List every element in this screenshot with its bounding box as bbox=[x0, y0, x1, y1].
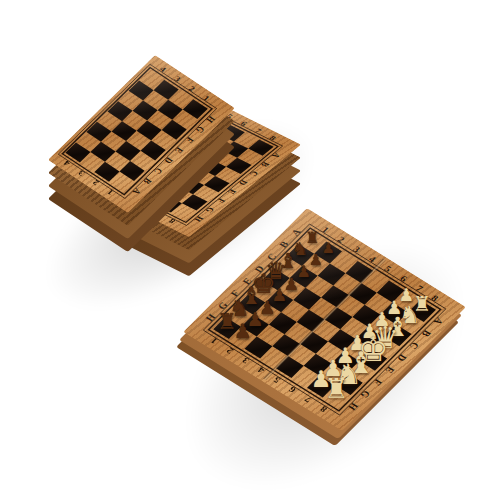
light-bishop-f8: ♝ bbox=[346, 348, 376, 378]
light-pawn-d7: ♟ bbox=[360, 322, 380, 342]
light-bishop-c8: ♝ bbox=[384, 314, 411, 341]
chess-pieces-layer: ♜♞♝♛♚♝♞♜♟♟♟♟♟♟♟♟♟♟♟♟♟♟♟♟♜♞♝♛♚♝♞♜ bbox=[0, 0, 500, 500]
light-pawn-e7: ♟ bbox=[347, 333, 368, 354]
dark-pawn-g2: ♟ bbox=[245, 310, 264, 329]
dark-bishop-f1: ♝ bbox=[240, 285, 264, 309]
dark-queen-d1: ♛ bbox=[264, 260, 288, 284]
dark-rook-h1: ♜ bbox=[216, 310, 238, 332]
light-rook-a8: ♜ bbox=[412, 294, 433, 315]
light-knight-g8: ♞ bbox=[335, 361, 364, 390]
dark-knight-b1: ♞ bbox=[291, 240, 309, 258]
light-pawn-b7: ♟ bbox=[385, 299, 403, 317]
light-rook-h8: ♜ bbox=[323, 375, 350, 402]
dark-king-e1: ♚ bbox=[250, 270, 277, 297]
light-pawn-c7: ♟ bbox=[372, 310, 391, 329]
light-king-e8: ♚ bbox=[356, 332, 390, 366]
light-queen-d8: ♛ bbox=[370, 323, 400, 353]
light-knight-b8: ♞ bbox=[398, 304, 422, 328]
dark-pawn-f2: ♟ bbox=[258, 299, 276, 317]
dark-rook-a1: ♜ bbox=[305, 230, 321, 246]
dark-pawn-c2: ♟ bbox=[296, 264, 312, 280]
light-pawn-f7: ♟ bbox=[335, 345, 356, 366]
light-pawn-a7: ♟ bbox=[398, 287, 416, 305]
dark-pawn-d2: ♟ bbox=[283, 276, 300, 293]
dark-pawn-e2: ♟ bbox=[271, 287, 289, 305]
light-pawn-h7: ♟ bbox=[310, 368, 333, 391]
dark-knight-g1: ♞ bbox=[228, 297, 251, 320]
chess-set-product-photo: 56785678ABCDEFGH 43214321HGFEDCBA 123456… bbox=[0, 0, 500, 500]
dark-pawn-b2: ♟ bbox=[308, 253, 323, 268]
dark-bishop-c1: ♝ bbox=[278, 251, 299, 272]
dark-pawn-a2: ♟ bbox=[321, 241, 335, 255]
light-pawn-g7: ♟ bbox=[322, 357, 344, 379]
dark-pawn-h2: ♟ bbox=[233, 322, 253, 342]
